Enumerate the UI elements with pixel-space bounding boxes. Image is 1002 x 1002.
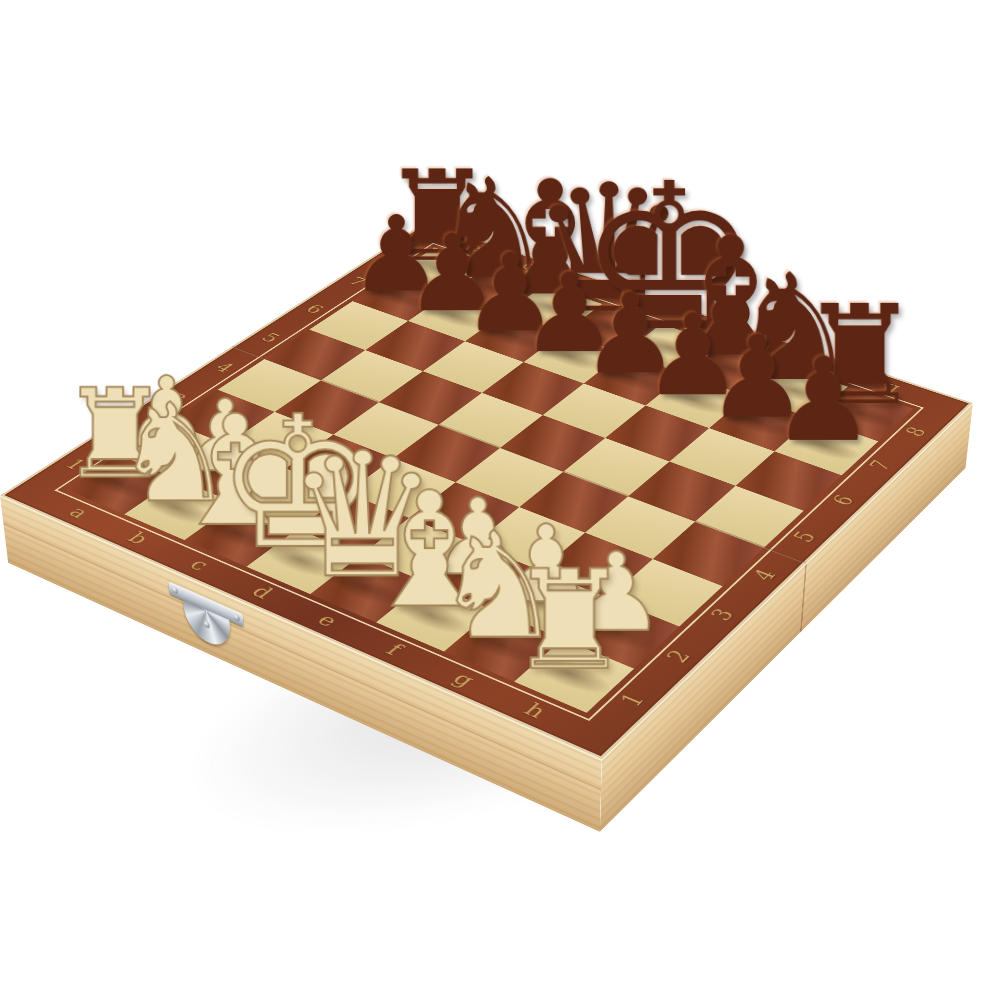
rank-label-right-7: 7 [858,453,903,478]
square-h5 [695,486,804,548]
piece-white-rook-h1: ♜ [478,440,661,680]
piece-black-pawn-h7: ♟ [743,239,904,450]
square-h6 [736,451,842,510]
perspective-wrapper: aa11bb22cc33dd44ee55ff66gg77hh88 ♜♞♝♛♚♝♞… [0,0,1002,1002]
folding-chess-box: aa11bb22cc33dd44ee55ff66gg77hh88 ♜♞♝♛♚♝♞… [0,222,973,760]
product-photo-chess-set: aa11bb22cc33dd44ee55ff66gg77hh88 ♜♞♝♛♚♝♞… [0,0,1002,1002]
black-pawn-glyph: ♟ [772,343,875,458]
white-rook-glyph: ♜ [508,552,631,689]
